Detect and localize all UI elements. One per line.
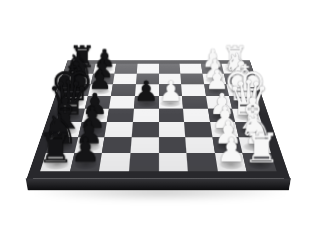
square-f3	[181, 84, 206, 96]
square-c6	[105, 122, 133, 137]
square-b3	[185, 137, 214, 153]
square-h1: ♜	[222, 64, 246, 74]
square-d7: ♟	[81, 109, 109, 123]
square-g5	[136, 74, 159, 85]
square-a6	[99, 153, 130, 171]
square-d8: ♛	[56, 109, 85, 123]
square-f7: ♟	[88, 84, 113, 96]
square-c3	[184, 122, 212, 137]
square-h2: ♟	[201, 64, 224, 74]
square-b1: ♞	[239, 137, 271, 153]
square-a7: ♟	[70, 153, 102, 171]
square-a8: ♜	[40, 153, 74, 171]
square-d5	[133, 109, 159, 123]
white-pawn: ♟	[202, 47, 224, 72]
white-pawn: ♟	[211, 103, 238, 133]
square-g6	[113, 74, 137, 85]
square-c7: ♟	[78, 122, 107, 137]
square-c1: ♝	[236, 122, 266, 137]
square-g3	[180, 74, 204, 85]
square-g8: ♞	[68, 74, 93, 85]
square-f2: ♟	[204, 84, 229, 96]
white-pawn: ♟	[217, 134, 247, 167]
render-canvas: ♜♟♟♜♞♟♟♞♝♟♟♝♚♟♟♚♛♟♟♛♝♟♟♝♞♟♟♞♜♟♟♜	[0, 0, 320, 240]
black-rook: ♜	[69, 42, 96, 72]
board-rim-front	[26, 178, 291, 190]
square-g7: ♟	[90, 74, 114, 85]
square-c2: ♟	[210, 122, 239, 137]
square-h5	[137, 64, 159, 74]
square-f6	[111, 84, 136, 96]
square-b6	[102, 137, 131, 153]
square-c8: ♝	[51, 122, 81, 137]
square-c5	[132, 122, 159, 137]
black-pawn: ♟	[70, 134, 100, 167]
square-e3	[182, 96, 208, 109]
square-d2: ♟	[208, 109, 236, 123]
square-a1: ♜	[243, 153, 277, 171]
square-g2: ♟	[202, 74, 226, 85]
square-d3	[183, 109, 210, 123]
square-h7: ♟	[93, 64, 116, 74]
square-h8: ♜	[71, 64, 95, 74]
scene-3d: ♜♟♟♜♞♟♟♞♝♟♟♝♚♟♟♚♛♟♟♛♝♟♟♝♞♟♟♞♜♟♟♜	[0, 0, 320, 240]
square-f5	[135, 84, 159, 96]
square-a2: ♟	[215, 153, 247, 171]
square-e6	[109, 96, 135, 109]
black-pawn: ♟	[78, 103, 105, 133]
square-e2	[206, 96, 233, 109]
square-f4	[159, 84, 183, 96]
white-rook: ♜	[221, 42, 248, 72]
square-f1: ♝	[227, 84, 253, 96]
square-g1: ♞	[224, 74, 249, 85]
square-b8: ♞	[46, 137, 78, 153]
square-h4	[159, 64, 181, 74]
square-d4	[158, 109, 184, 123]
square-e1: ♚	[229, 96, 257, 109]
square-a5	[129, 153, 159, 171]
square-e4: ♟	[159, 96, 184, 109]
square-h3	[180, 64, 203, 74]
square-b7: ♟	[74, 137, 105, 153]
square-e7	[85, 96, 112, 109]
square-f8: ♝	[64, 84, 90, 96]
square-e8: ♚	[60, 96, 88, 109]
square-b5	[130, 137, 158, 153]
square-d6	[107, 109, 134, 123]
square-b2: ♟	[212, 137, 243, 153]
square-a4	[158, 153, 188, 171]
square-a3	[187, 153, 218, 171]
square-c4	[158, 122, 185, 137]
black-pawn: ♟	[93, 47, 115, 72]
chess-board: ♜♟♟♜♞♟♟♞♝♟♟♝♚♟♟♚♛♟♟♛♝♟♟♝♞♟♟♞♜♟♟♜	[27, 60, 290, 178]
squares-grid: ♜♟♟♜♞♟♟♞♝♟♟♝♚♟♟♚♛♟♟♛♝♟♟♝♞♟♟♞♜♟♟♜	[40, 64, 277, 172]
square-h6	[115, 64, 138, 74]
square-e5: ♟	[134, 96, 159, 109]
square-d1: ♛	[232, 109, 261, 123]
square-g4	[159, 74, 182, 85]
square-b4	[158, 137, 186, 153]
